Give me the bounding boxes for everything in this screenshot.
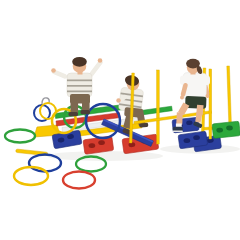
- boy-balancing-right-shoe: [81, 110, 91, 114]
- boy-balancing-hair: [72, 57, 87, 67]
- girl-left-hand: [180, 96, 184, 100]
- floor-shadow-center: [47, 151, 163, 161]
- girl-front-calf: [176, 112, 183, 124]
- boy-balancing-right-hand: [98, 58, 103, 63]
- boy-balancing-left-shoe: [69, 112, 79, 116]
- obstacle-course-product-photo: [0, 0, 240, 240]
- girl-sleeve-right: [203, 76, 211, 86]
- boy-balancing-stripe-2: [67, 85, 92, 87]
- girl-front-shoe: [173, 127, 183, 131]
- boy-balancing-stripe-3: [67, 91, 92, 93]
- flat-hoop-red-1: [63, 172, 95, 189]
- green-block-right-body: [212, 121, 240, 138]
- girl-right-hand: [206, 94, 210, 98]
- boy-balancing-left-hand: [51, 68, 56, 73]
- girl-front-sole: [173, 131, 183, 133]
- flat-hoop-yellow-1: [14, 167, 48, 185]
- boy-balancing: [51, 57, 104, 116]
- boy-balancing-left-leg: [71, 102, 79, 114]
- flat-hoop-green-1: [5, 130, 35, 143]
- boy-stepping-hand: [116, 98, 120, 102]
- flat-hoop-blue-1: [29, 155, 61, 172]
- boy-balancing-stripe-1: [67, 80, 92, 82]
- green-block-right: [212, 121, 240, 138]
- pole-2: [157, 70, 160, 144]
- scene-canvas: [0, 0, 240, 240]
